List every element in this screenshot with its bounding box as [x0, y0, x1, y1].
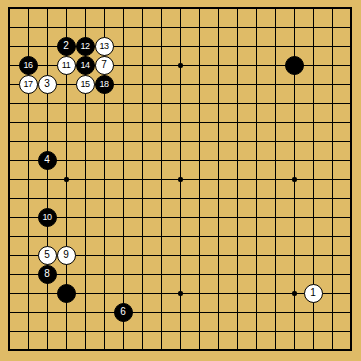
- star-point: [292, 291, 297, 296]
- stone-move-1: 1: [304, 284, 323, 303]
- grid-line-vertical: [218, 8, 219, 350]
- grid-line-horizontal: [9, 217, 351, 218]
- star-point: [178, 291, 183, 296]
- stone-move-12: 12: [76, 37, 95, 56]
- go-diagram: 123456789101112131415161718: [0, 0, 361, 361]
- stone-move-3: 3: [38, 75, 57, 94]
- stone-move-14: 14: [76, 56, 95, 75]
- stone-move-17: 17: [19, 75, 38, 94]
- star-point: [64, 177, 69, 182]
- stone-setup-black: [57, 284, 76, 303]
- grid-line-horizontal: [9, 236, 351, 237]
- stone-move-9: 9: [57, 246, 76, 265]
- grid-line-horizontal: [9, 198, 351, 199]
- stone-setup-black: [285, 56, 304, 75]
- grid-line-vertical: [256, 8, 257, 350]
- stone-move-4: 4: [38, 151, 57, 170]
- grid-line-vertical: [275, 8, 276, 350]
- grid-line-horizontal: [9, 331, 351, 332]
- grid-line-vertical: [199, 8, 200, 350]
- stone-move-5: 5: [38, 246, 57, 265]
- stone-move-18: 18: [95, 75, 114, 94]
- stone-move-15: 15: [76, 75, 95, 94]
- star-point: [292, 177, 297, 182]
- star-point: [178, 177, 183, 182]
- stone-move-2: 2: [57, 37, 76, 56]
- grid-line-horizontal: [9, 312, 351, 313]
- go-board: 123456789101112131415161718: [0, 0, 361, 361]
- stone-move-13: 13: [95, 37, 114, 56]
- stone-move-8: 8: [38, 265, 57, 284]
- stone-move-7: 7: [95, 56, 114, 75]
- stone-move-6: 6: [114, 303, 133, 322]
- grid-line-vertical: [332, 8, 333, 350]
- star-point: [178, 63, 183, 68]
- stone-move-10: 10: [38, 208, 57, 227]
- stone-move-11: 11: [57, 56, 76, 75]
- stone-move-16: 16: [19, 56, 38, 75]
- grid-line-vertical: [237, 8, 238, 350]
- grid-line-horizontal: [9, 274, 351, 275]
